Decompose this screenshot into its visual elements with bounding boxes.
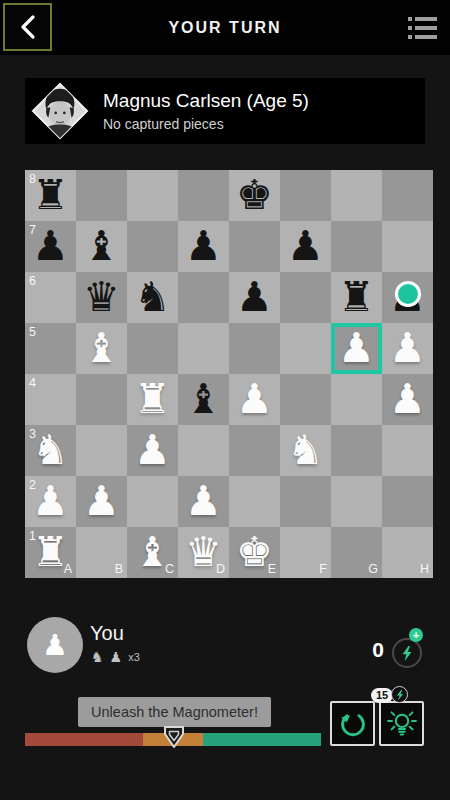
file-label: D: [216, 562, 225, 576]
square-c5[interactable]: [127, 323, 178, 374]
square-d6[interactable]: [178, 272, 229, 323]
white-pawn-h4[interactable]: ♟: [389, 374, 426, 425]
white-pawn-b2[interactable]: ♟: [83, 476, 120, 527]
square-d3[interactable]: [178, 425, 229, 476]
file-label: G: [368, 562, 378, 576]
add-energy-icon[interactable]: +: [409, 628, 423, 642]
black-rook-a8[interactable]: ♜: [32, 170, 69, 221]
square-h4[interactable]: ♟: [382, 374, 433, 425]
player-name: You: [90, 622, 124, 645]
player-captured-pieces: ♞♟x3: [91, 649, 140, 665]
file-label: E: [268, 562, 276, 576]
square-b7[interactable]: ♝: [76, 221, 127, 272]
square-f5[interactable]: [280, 323, 331, 374]
square-b2[interactable]: ♟: [76, 476, 127, 527]
square-f6[interactable]: [280, 272, 331, 323]
square-e1[interactable]: ♚E: [229, 527, 280, 578]
square-h6[interactable]: ♟: [382, 272, 433, 323]
opponent-name: Magnus Carlsen (Age 5): [103, 90, 309, 112]
hint-bolt-icon: [391, 686, 408, 703]
black-rook-g6[interactable]: ♜: [338, 272, 375, 323]
square-e8[interactable]: ♚: [229, 170, 280, 221]
square-d2[interactable]: ♟: [178, 476, 229, 527]
undo-button[interactable]: [330, 701, 375, 746]
square-d5[interactable]: [178, 323, 229, 374]
square-g2[interactable]: [331, 476, 382, 527]
rank-label: 8: [29, 172, 36, 186]
file-label: H: [420, 562, 429, 576]
white-pawn-g5[interactable]: ♟: [338, 323, 375, 374]
square-f2[interactable]: [280, 476, 331, 527]
square-f7[interactable]: ♟: [280, 221, 331, 272]
square-g3[interactable]: [331, 425, 382, 476]
square-a1[interactable]: ♜1A: [25, 527, 76, 578]
square-c6[interactable]: ♞: [127, 272, 178, 323]
square-f4[interactable]: [280, 374, 331, 425]
square-c2[interactable]: [127, 476, 178, 527]
square-c7[interactable]: [127, 221, 178, 272]
white-pawn-h5[interactable]: ♟: [389, 323, 426, 374]
square-a5[interactable]: 5: [25, 323, 76, 374]
opponent-avatar: [31, 82, 89, 140]
black-queen-b6[interactable]: ♛: [83, 272, 120, 323]
white-pawn-a2[interactable]: ♟: [32, 476, 69, 527]
square-e3[interactable]: [229, 425, 280, 476]
rank-label: 7: [29, 223, 36, 237]
square-a6[interactable]: 6: [25, 272, 76, 323]
square-c3[interactable]: ♟: [127, 425, 178, 476]
square-h7[interactable]: [382, 221, 433, 272]
player-avatar-pawn-icon: ♟: [42, 628, 68, 662]
white-pawn-d2[interactable]: ♟: [185, 476, 222, 527]
black-pawn-e6[interactable]: ♟: [236, 272, 273, 323]
square-g1[interactable]: G: [331, 527, 382, 578]
magnometer-shield-marker: [162, 724, 186, 750]
square-e5[interactable]: [229, 323, 280, 374]
square-a3[interactable]: ♞3: [25, 425, 76, 476]
square-b8[interactable]: [76, 170, 127, 221]
square-h2[interactable]: [382, 476, 433, 527]
file-label: C: [165, 562, 174, 576]
opponent-captured-status: No captured pieces: [103, 116, 309, 132]
magnometer-segment-2: [203, 733, 321, 746]
square-b4[interactable]: [76, 374, 127, 425]
rank-label: 6: [29, 274, 36, 288]
black-knight-c6[interactable]: ♞: [134, 272, 171, 323]
square-f3[interactable]: ♞: [280, 425, 331, 476]
white-rook-c4[interactable]: ♜: [134, 374, 171, 425]
header-bar: YOUR TURN: [0, 0, 450, 55]
square-c1[interactable]: ♝C: [127, 527, 178, 578]
square-g8[interactable]: [331, 170, 382, 221]
magnometer-segment-0: [25, 733, 143, 746]
square-b5[interactable]: ♝: [76, 323, 127, 374]
square-d8[interactable]: [178, 170, 229, 221]
square-f8[interactable]: [280, 170, 331, 221]
square-h8[interactable]: [382, 170, 433, 221]
rank-label: 4: [29, 376, 36, 390]
square-b3[interactable]: [76, 425, 127, 476]
square-e4[interactable]: ♟: [229, 374, 280, 425]
square-d7[interactable]: ♟: [178, 221, 229, 272]
opponent-banner: Magnus Carlsen (Age 5) No captured piece…: [25, 78, 425, 144]
rank-label: 1: [29, 529, 36, 543]
captured-knight-icon: ♞: [91, 649, 104, 665]
rank-label: 2: [29, 478, 36, 492]
square-d4[interactable]: ♝: [178, 374, 229, 425]
square-g5[interactable]: ♟: [331, 323, 382, 374]
file-label: F: [319, 562, 327, 576]
square-h1[interactable]: H: [382, 527, 433, 578]
capture-target-dot[interactable]: [395, 281, 421, 307]
rank-label: 5: [29, 325, 36, 339]
square-a2[interactable]: ♟2: [25, 476, 76, 527]
white-bishop-b5[interactable]: ♝: [83, 323, 120, 374]
square-c4[interactable]: ♜: [127, 374, 178, 425]
black-pawn-a7[interactable]: ♟: [32, 221, 69, 272]
white-knight-f3[interactable]: ♞: [287, 425, 324, 476]
file-label: B: [115, 562, 123, 576]
square-a8[interactable]: ♜8: [25, 170, 76, 221]
lightbulb-icon: [385, 707, 419, 741]
file-label: A: [64, 562, 72, 576]
square-a7[interactable]: ♟7: [25, 221, 76, 272]
square-g7[interactable]: [331, 221, 382, 272]
white-pawn-e4[interactable]: ♟: [236, 374, 273, 425]
white-pawn-c3[interactable]: ♟: [134, 425, 171, 476]
page-title: YOUR TURN: [0, 0, 450, 55]
lightning-icon: [401, 645, 413, 662]
square-h3[interactable]: [382, 425, 433, 476]
captured-pawn-icon: ♟: [110, 649, 123, 665]
black-pawn-f7[interactable]: ♟: [287, 221, 324, 272]
square-c8[interactable]: [127, 170, 178, 221]
square-b6[interactable]: ♛: [76, 272, 127, 323]
square-e2[interactable]: [229, 476, 280, 527]
square-g4[interactable]: [331, 374, 382, 425]
move-list-icon[interactable]: [408, 17, 437, 39]
square-e7[interactable]: [229, 221, 280, 272]
hint-button[interactable]: [379, 701, 424, 746]
square-b1[interactable]: B: [76, 527, 127, 578]
black-king-e8[interactable]: ♚: [236, 170, 273, 221]
undo-arrow-icon: [338, 709, 368, 739]
square-h5[interactable]: ♟: [382, 323, 433, 374]
captured-pawn-count: x3: [128, 651, 140, 663]
square-e6[interactable]: ♟: [229, 272, 280, 323]
energy-count: 0: [366, 638, 390, 662]
black-pawn-d7[interactable]: ♟: [185, 221, 222, 272]
black-bishop-b7[interactable]: ♝: [83, 221, 120, 272]
square-g6[interactable]: ♜: [331, 272, 382, 323]
player-avatar: ♟: [27, 617, 83, 673]
square-f1[interactable]: F: [280, 527, 331, 578]
energy-button[interactable]: [392, 638, 422, 668]
chess-board[interactable]: ♜8♚♟7♝♟♟6♛♞♟♜♟5♝♟♟4♜♝♟♟♞3♟♞♟2♟♟♜1AB♝C♛D♚…: [25, 170, 433, 578]
square-a4[interactable]: 4: [25, 374, 76, 425]
rank-label: 3: [29, 427, 36, 441]
square-d1[interactable]: ♛D: [178, 527, 229, 578]
white-knight-a3[interactable]: ♞: [32, 425, 69, 476]
hint-count-badge: 15: [371, 688, 393, 703]
black-bishop-d4[interactable]: ♝: [185, 374, 222, 425]
magnometer-tooltip: Unleash the Magnometer!: [78, 697, 271, 727]
